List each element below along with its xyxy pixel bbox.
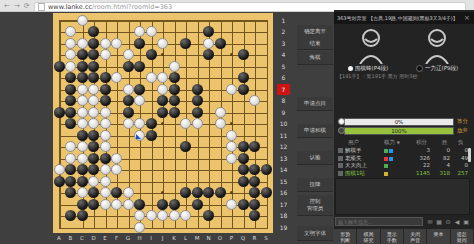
- board-cell-R17[interactable]: [249, 199, 261, 211]
- board-cell-K11[interactable]: [168, 130, 180, 142]
- board-cell-N6[interactable]: [203, 72, 215, 84]
- board-cell-K7[interactable]: [168, 84, 180, 96]
- board-cell-R12[interactable]: [249, 141, 261, 153]
- board-cell-R4[interactable]: [249, 49, 261, 61]
- board-cell-S3[interactable]: [260, 38, 272, 50]
- board-cell-I3[interactable]: [145, 38, 157, 50]
- board-cell-J8[interactable]: [157, 95, 169, 107]
- board-cell-N10[interactable]: [203, 118, 215, 130]
- board-cell-F7[interactable]: [111, 84, 123, 96]
- board-cell-M10[interactable]: [191, 118, 203, 130]
- board-cell-G19[interactable]: [122, 222, 134, 234]
- board-cell-O13[interactable]: [214, 153, 226, 165]
- board-cell-R6[interactable]: [249, 72, 261, 84]
- board-cell-L9[interactable]: [180, 107, 192, 119]
- board-cell-G16[interactable]: [122, 187, 134, 199]
- board-cell-A2[interactable]: [53, 26, 65, 38]
- board-cell-S13[interactable]: [260, 153, 272, 165]
- board-cell-E9[interactable]: [99, 107, 111, 119]
- board-cell-M3[interactable]: [191, 38, 203, 50]
- board-cell-K14[interactable]: [168, 164, 180, 176]
- board-cell-B5[interactable]: [65, 61, 77, 73]
- board-cell-A19[interactable]: [53, 222, 65, 234]
- side-button-4[interactable]: 申请点目: [297, 97, 333, 111]
- board-cell-G1[interactable]: [122, 15, 134, 27]
- board-cell-P7[interactable]: [226, 84, 238, 96]
- side-button-9[interactable]: 文明字体: [297, 226, 333, 241]
- board-cell-B15[interactable]: [65, 176, 77, 188]
- board-cell-H17[interactable]: [134, 199, 146, 211]
- board-cell-L8[interactable]: [180, 95, 192, 107]
- board-cell-C2[interactable]: [76, 26, 88, 38]
- board-cell-I7[interactable]: [145, 84, 157, 96]
- board-cell-R14[interactable]: [249, 164, 261, 176]
- board-cell-N9[interactable]: [203, 107, 215, 119]
- board-cell-O19[interactable]: [214, 222, 226, 234]
- board-cell-O1[interactable]: [214, 15, 226, 27]
- board-cell-K9[interactable]: [168, 107, 180, 119]
- board-cell-A13[interactable]: [53, 153, 65, 165]
- board-cell-A5[interactable]: [53, 61, 65, 73]
- board-cell-L17[interactable]: [180, 199, 192, 211]
- board-cell-L16[interactable]: [180, 187, 192, 199]
- board-cell-Q5[interactable]: [237, 61, 249, 73]
- slider-knob-icon[interactable]: [338, 118, 345, 125]
- board-cell-S9[interactable]: [260, 107, 272, 119]
- board-cell-A8[interactable]: [53, 95, 65, 107]
- board-cell-F3[interactable]: [111, 38, 123, 50]
- board-cell-O7[interactable]: [214, 84, 226, 96]
- board-cell-G12[interactable]: [122, 141, 134, 153]
- board-cell-C10[interactable]: [76, 118, 88, 130]
- board-cell-B14[interactable]: [65, 164, 77, 176]
- bottom-button-2[interactable]: 棋局 研究: [357, 229, 380, 244]
- board-cell-B4[interactable]: [65, 49, 77, 61]
- board-cell-J13[interactable]: [157, 153, 169, 165]
- board-cell-A3[interactable]: [53, 38, 65, 50]
- board-cell-K4[interactable]: [168, 49, 180, 61]
- board-cell-N18[interactable]: [203, 210, 215, 222]
- board-cell-N4[interactable]: [203, 49, 215, 61]
- side-button-8[interactable]: 控制 管理员: [297, 195, 333, 216]
- board-cell-H9[interactable]: [134, 107, 146, 119]
- board-cell-E12[interactable]: [99, 141, 111, 153]
- board-cell-J19[interactable]: [157, 222, 169, 234]
- board-cell-K5[interactable]: [168, 61, 180, 73]
- board-cell-M12[interactable]: [191, 141, 203, 153]
- board-cell-H12[interactable]: [134, 141, 146, 153]
- board-cell-J11[interactable]: [157, 130, 169, 142]
- board-cell-J7[interactable]: [157, 84, 169, 96]
- user-row-1[interactable]: 解棋手300: [334, 147, 467, 155]
- board-cell-N5[interactable]: [203, 61, 215, 73]
- board-cell-A6[interactable]: [53, 72, 65, 84]
- board-cell-J5[interactable]: [157, 61, 169, 73]
- board-cell-F9[interactable]: [111, 107, 123, 119]
- board-cell-S12[interactable]: [260, 141, 272, 153]
- message-icon[interactable]: ✉: [426, 217, 434, 226]
- col-header-rank[interactable]: 棋力 ▼: [384, 139, 400, 146]
- board-cell-H14[interactable]: [134, 164, 146, 176]
- board-cell-E1[interactable]: [99, 15, 111, 27]
- board-cell-C8[interactable]: [76, 95, 88, 107]
- board-cell-G2[interactable]: [122, 26, 134, 38]
- board-cell-B16[interactable]: [65, 187, 77, 199]
- board-cell-M1[interactable]: [191, 15, 203, 27]
- board-cell-C15[interactable]: [76, 176, 88, 188]
- board-cell-B9[interactable]: [65, 107, 77, 119]
- board-cell-A9[interactable]: [53, 107, 65, 119]
- board-cell-E16[interactable]: [99, 187, 111, 199]
- trash-icon[interactable]: ▣: [462, 217, 470, 226]
- board-cell-J6[interactable]: [157, 72, 169, 84]
- board-cell-A18[interactable]: [53, 210, 65, 222]
- board-cell-H8[interactable]: [134, 95, 146, 107]
- board-cell-C12[interactable]: [76, 141, 88, 153]
- board-cell-O3[interactable]: [214, 38, 226, 50]
- side-button-6[interactable]: 认输: [297, 151, 333, 165]
- board-cell-H15[interactable]: [134, 176, 146, 188]
- board-cell-N3[interactable]: [203, 38, 215, 50]
- board-cell-H6[interactable]: [134, 72, 146, 84]
- board-cell-Q8[interactable]: [237, 95, 249, 107]
- board-cell-Q6[interactable]: [237, 72, 249, 84]
- board-cell-E7[interactable]: [99, 84, 111, 96]
- board-cell-R11[interactable]: [249, 130, 261, 142]
- board-cell-Q14[interactable]: [237, 164, 249, 176]
- board-cell-P5[interactable]: [226, 61, 238, 73]
- board-cell-P9[interactable]: [226, 107, 238, 119]
- board-cell-R8[interactable]: [249, 95, 261, 107]
- board-cell-J3[interactable]: [157, 38, 169, 50]
- board-cell-M15[interactable]: [191, 176, 203, 188]
- board-cell-O8[interactable]: [214, 95, 226, 107]
- board-cell-I11[interactable]: [145, 130, 157, 142]
- score-action-label[interactable]: 算分: [457, 118, 468, 125]
- board-cell-H11[interactable]: [134, 130, 146, 142]
- board-cell-N8[interactable]: [203, 95, 215, 107]
- board-cell-B19[interactable]: [65, 222, 77, 234]
- board-cell-R19[interactable]: [249, 222, 261, 234]
- board-cell-H3[interactable]: [134, 38, 146, 50]
- board-cell-G8[interactable]: [122, 95, 134, 107]
- bottom-button-3[interactable]: 显示 手数: [381, 229, 404, 244]
- board-cell-F16[interactable]: [111, 187, 123, 199]
- board-cell-G4[interactable]: [122, 49, 134, 61]
- board-cell-N2[interactable]: [203, 26, 215, 38]
- board-cell-M5[interactable]: [191, 61, 203, 73]
- board-cell-I9[interactable]: [145, 107, 157, 119]
- board-cell-C18[interactable]: [76, 210, 88, 222]
- board-cell-G5[interactable]: [122, 61, 134, 73]
- board-cell-R10[interactable]: [249, 118, 261, 130]
- board-cell-O14[interactable]: [214, 164, 226, 176]
- board-cell-Q15[interactable]: [237, 176, 249, 188]
- board-cell-M19[interactable]: [191, 222, 203, 234]
- board-cell-I16[interactable]: [145, 187, 157, 199]
- board-cell-H7[interactable]: [134, 84, 146, 96]
- board-cell-P6[interactable]: [226, 72, 238, 84]
- board-cell-H2[interactable]: [134, 26, 146, 38]
- board-cell-O15[interactable]: [214, 176, 226, 188]
- board-cell-M18[interactable]: [191, 210, 203, 222]
- board-cell-R9[interactable]: [249, 107, 261, 119]
- board-cell-G11[interactable]: [122, 130, 134, 142]
- board-cell-P12[interactable]: [226, 141, 238, 153]
- side-button-7[interactable]: 投降: [297, 178, 333, 192]
- board-cell-I4[interactable]: [145, 49, 157, 61]
- board-cell-K12[interactable]: [168, 141, 180, 153]
- board-cell-P15[interactable]: [226, 176, 238, 188]
- board-cell-R1[interactable]: [249, 15, 261, 27]
- board-cell-M4[interactable]: [191, 49, 203, 61]
- board-cell-R3[interactable]: [249, 38, 261, 50]
- board-cell-H13[interactable]: [134, 153, 146, 165]
- board-cell-C11[interactable]: [76, 130, 88, 142]
- board-cell-R2[interactable]: [249, 26, 261, 38]
- board-cell-I5[interactable]: [145, 61, 157, 73]
- board-cell-L3[interactable]: [180, 38, 192, 50]
- board-cell-M16[interactable]: [191, 187, 203, 199]
- board-cell-D9[interactable]: [88, 107, 100, 119]
- board-cell-K3[interactable]: [168, 38, 180, 50]
- board-cell-G15[interactable]: [122, 176, 134, 188]
- board-cell-F4[interactable]: [111, 49, 123, 61]
- board-cell-Q1[interactable]: [237, 15, 249, 27]
- board-cell-C16[interactable]: [76, 187, 88, 199]
- board-cell-O6[interactable]: [214, 72, 226, 84]
- board-cell-H4[interactable]: [134, 49, 146, 61]
- board-cell-I14[interactable]: [145, 164, 157, 176]
- board-cell-B7[interactable]: [65, 84, 77, 96]
- back-icon[interactable]: ←: [4, 1, 10, 11]
- board-cell-I15[interactable]: [145, 176, 157, 188]
- board-cell-P8[interactable]: [226, 95, 238, 107]
- board-cell-N1[interactable]: [203, 15, 215, 27]
- board-cell-F6[interactable]: [111, 72, 123, 84]
- board-cell-S6[interactable]: [260, 72, 272, 84]
- board-cell-G14[interactable]: [122, 164, 134, 176]
- col-header-wins[interactable]: 胜: [442, 139, 448, 146]
- board-cell-E6[interactable]: [99, 72, 111, 84]
- board-cell-O4[interactable]: [214, 49, 226, 61]
- table-scrollbar[interactable]: [468, 148, 471, 162]
- board-cell-P19[interactable]: [226, 222, 238, 234]
- board-cell-E19[interactable]: [99, 222, 111, 234]
- refresh-icon[interactable]: ⟳: [24, 1, 30, 11]
- board-cell-H10[interactable]: [134, 118, 146, 130]
- board-cell-J9[interactable]: [157, 107, 169, 119]
- board-cell-A16[interactable]: [53, 187, 65, 199]
- board-cell-J15[interactable]: [157, 176, 169, 188]
- board-cell-J12[interactable]: [157, 141, 169, 153]
- board-cell-E4[interactable]: [99, 49, 111, 61]
- board-cell-B8[interactable]: [65, 95, 77, 107]
- board-cell-J18[interactable]: [157, 210, 169, 222]
- board-cell-M11[interactable]: [191, 130, 203, 142]
- board-cell-A14[interactable]: [53, 164, 65, 176]
- board-cell-O12[interactable]: [214, 141, 226, 153]
- board-cell-S1[interactable]: [260, 15, 272, 27]
- board-cell-B3[interactable]: [65, 38, 77, 50]
- board-cell-B18[interactable]: [65, 210, 77, 222]
- board-cell-P11[interactable]: [226, 130, 238, 142]
- board-cell-R15[interactable]: [249, 176, 261, 188]
- board-cell-L14[interactable]: [180, 164, 192, 176]
- board-cell-L10[interactable]: [180, 118, 192, 130]
- board-cell-C19[interactable]: [76, 222, 88, 234]
- board-cell-D7[interactable]: [88, 84, 100, 96]
- board-cell-Q17[interactable]: [237, 199, 249, 211]
- board-cell-C7[interactable]: [76, 84, 88, 96]
- board-cell-P2[interactable]: [226, 26, 238, 38]
- board-cell-B11[interactable]: [65, 130, 77, 142]
- board-cell-S7[interactable]: [260, 84, 272, 96]
- board-cell-F15[interactable]: [111, 176, 123, 188]
- col-header-losses[interactable]: 负: [458, 139, 464, 146]
- board-cell-D13[interactable]: [88, 153, 100, 165]
- board-cell-K16[interactable]: [168, 187, 180, 199]
- board-cell-E14[interactable]: [99, 164, 111, 176]
- board-cell-N7[interactable]: [203, 84, 215, 96]
- col-header-user[interactable]: 用户: [348, 139, 359, 146]
- board-cell-S19[interactable]: [260, 222, 272, 234]
- board-cell-I17[interactable]: [145, 199, 157, 211]
- board-cell-M7[interactable]: [191, 84, 203, 96]
- board-cell-S17[interactable]: [260, 199, 272, 211]
- board-cell-L11[interactable]: [180, 130, 192, 142]
- board-cell-A4[interactable]: [53, 49, 65, 61]
- board-cell-O18[interactable]: [214, 210, 226, 222]
- board-cell-R5[interactable]: [249, 61, 261, 73]
- agree-progress-bar[interactable]: 0%: [344, 118, 454, 126]
- board-cell-D8[interactable]: [88, 95, 100, 107]
- board-cell-R13[interactable]: [249, 153, 261, 165]
- board-cell-Q16[interactable]: [237, 187, 249, 199]
- board-cell-S2[interactable]: [260, 26, 272, 38]
- board-cell-N19[interactable]: [203, 222, 215, 234]
- board-cell-P1[interactable]: [226, 15, 238, 27]
- board-cell-S10[interactable]: [260, 118, 272, 130]
- board-cell-M13[interactable]: [191, 153, 203, 165]
- board-cell-A12[interactable]: [53, 141, 65, 153]
- board-cell-Q3[interactable]: [237, 38, 249, 50]
- board-cell-C14[interactable]: [76, 164, 88, 176]
- board-cell-F18[interactable]: [111, 210, 123, 222]
- board-cell-S18[interactable]: [260, 210, 272, 222]
- board-cell-D15[interactable]: [88, 176, 100, 188]
- board-cell-P18[interactable]: [226, 210, 238, 222]
- board-cell-L15[interactable]: [180, 176, 192, 188]
- chat-input[interactable]: 输入聊天信息..: [335, 217, 423, 226]
- board-cell-E17[interactable]: [99, 199, 111, 211]
- board-cell-R16[interactable]: [249, 187, 261, 199]
- giveup-action-label[interactable]: 放弃: [457, 127, 468, 134]
- board-cell-A1[interactable]: [53, 15, 65, 27]
- board-cell-I8[interactable]: [145, 95, 157, 107]
- board-cell-M9[interactable]: [191, 107, 203, 119]
- board-cell-C17[interactable]: [76, 199, 88, 211]
- board-cell-L5[interactable]: [180, 61, 192, 73]
- board-cell-P17[interactable]: [226, 199, 238, 211]
- board-cell-C6[interactable]: [76, 72, 88, 84]
- board-cell-L19[interactable]: [180, 222, 192, 234]
- board-cell-I2[interactable]: [145, 26, 157, 38]
- board-cell-K17[interactable]: [168, 199, 180, 211]
- board-cell-D2[interactable]: [88, 26, 100, 38]
- board-cell-C9[interactable]: [76, 107, 88, 119]
- board-cell-L18[interactable]: [180, 210, 192, 222]
- side-button-3[interactable]: 悔棋: [297, 51, 333, 65]
- board-cell-K6[interactable]: [168, 72, 180, 84]
- board-cell-D10[interactable]: [88, 118, 100, 130]
- board-cell-Q2[interactable]: [237, 26, 249, 38]
- board-cell-A7[interactable]: [53, 84, 65, 96]
- board-cell-H16[interactable]: [134, 187, 146, 199]
- board-cell-B10[interactable]: [65, 118, 77, 130]
- slider-knob-icon[interactable]: [338, 127, 345, 134]
- board-cell-A15[interactable]: [53, 176, 65, 188]
- board-cell-I1[interactable]: [145, 15, 157, 27]
- board-cell-C3[interactable]: [76, 38, 88, 50]
- board-cell-G10[interactable]: [122, 118, 134, 130]
- board-cell-K8[interactable]: [168, 95, 180, 107]
- bottom-button-5[interactable]: 菜单: [427, 229, 450, 244]
- board-cell-F8[interactable]: [111, 95, 123, 107]
- board-cell-N11[interactable]: [203, 130, 215, 142]
- board-cell-K1[interactable]: [168, 15, 180, 27]
- board-cell-F1[interactable]: [111, 15, 123, 27]
- board-cell-M17[interactable]: [191, 199, 203, 211]
- board-cell-E15[interactable]: [99, 176, 111, 188]
- board-cell-J14[interactable]: [157, 164, 169, 176]
- board-cell-L4[interactable]: [180, 49, 192, 61]
- board-cell-L2[interactable]: [180, 26, 192, 38]
- board-cell-O5[interactable]: [214, 61, 226, 73]
- board-cell-C13[interactable]: [76, 153, 88, 165]
- board-cell-I10[interactable]: [145, 118, 157, 130]
- accept-progress-bar[interactable]: 100%: [344, 127, 454, 135]
- board-cell-G13[interactable]: [122, 153, 134, 165]
- board-cell-P14[interactable]: [226, 164, 238, 176]
- board-cell-M8[interactable]: [191, 95, 203, 107]
- board-cell-R18[interactable]: [249, 210, 261, 222]
- board-cell-N16[interactable]: [203, 187, 215, 199]
- board-cell-O10[interactable]: [214, 118, 226, 130]
- board-cell-I6[interactable]: [145, 72, 157, 84]
- board-cell-E10[interactable]: [99, 118, 111, 130]
- board-cell-J2[interactable]: [157, 26, 169, 38]
- board-cell-Q12[interactable]: [237, 141, 249, 153]
- close-icon[interactable]: ×: [464, 14, 470, 22]
- side-button-2[interactable]: 结束: [297, 37, 333, 50]
- board-cell-E3[interactable]: [99, 38, 111, 50]
- horn-icon[interactable]: ◀: [453, 217, 461, 226]
- board-cell-F12[interactable]: [111, 141, 123, 153]
- board-cell-F14[interactable]: [111, 164, 123, 176]
- board-cell-O16[interactable]: [214, 187, 226, 199]
- board-cell-D19[interactable]: [88, 222, 100, 234]
- board-cell-A10[interactable]: [53, 118, 65, 130]
- board-cell-H1[interactable]: [134, 15, 146, 27]
- board-cell-A17[interactable]: [53, 199, 65, 211]
- board-cell-F10[interactable]: [111, 118, 123, 130]
- bottom-button-1[interactable]: 形势 判断: [334, 229, 357, 244]
- board-cell-L12[interactable]: [180, 141, 192, 153]
- board-cell-K19[interactable]: [168, 222, 180, 234]
- board-cell-B1[interactable]: [65, 15, 77, 27]
- board-cell-O9[interactable]: [214, 107, 226, 119]
